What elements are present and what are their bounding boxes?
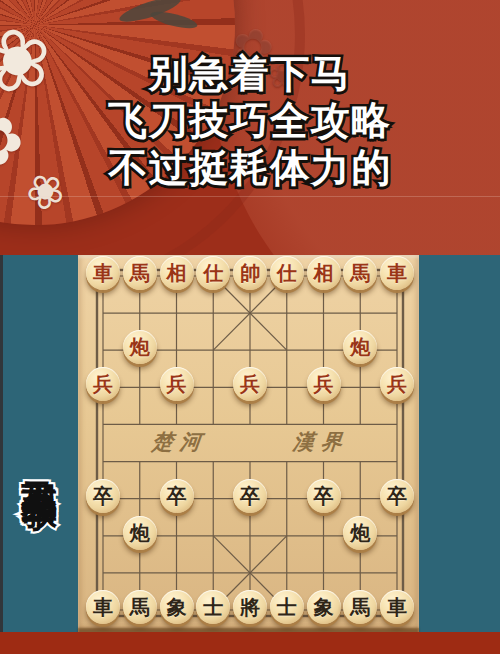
river-label-chu-he: 楚河 [134, 428, 227, 456]
piece-black-馬[interactable]: 馬 [123, 590, 157, 624]
piece-black-炮[interactable]: 炮 [343, 516, 377, 550]
piece-glyph: 相 [160, 256, 194, 290]
piece-glyph: 象 [307, 590, 341, 624]
piece-glyph: 兵 [380, 367, 414, 401]
piece-glyph: 車 [86, 256, 120, 290]
piece-black-馬[interactable]: 馬 [343, 590, 377, 624]
banner-separator-line [0, 196, 500, 197]
piece-red-兵[interactable]: 兵 [380, 367, 414, 401]
piece-red-炮[interactable]: 炮 [343, 330, 377, 364]
piece-red-相[interactable]: 相 [160, 256, 194, 290]
piece-glyph: 仕 [196, 256, 230, 290]
piece-red-車[interactable]: 車 [86, 256, 120, 290]
piece-glyph: 兵 [233, 367, 267, 401]
piece-black-炮[interactable]: 炮 [123, 516, 157, 550]
title-line-3: 不过挺耗体力的 [0, 144, 500, 191]
piece-black-車[interactable]: 車 [380, 590, 414, 624]
piece-red-兵[interactable]: 兵 [307, 367, 341, 401]
banner-titles: 别急着下马 飞刀技巧全攻略 不过挺耗体力的 [0, 50, 500, 191]
piece-black-卒[interactable]: 卒 [307, 479, 341, 513]
piece-glyph: 士 [196, 590, 230, 624]
piece-black-卒[interactable]: 卒 [160, 479, 194, 513]
piece-black-將[interactable]: 將 [233, 590, 267, 624]
screenshot-root: ❀ ✿ ❀ ✿ ❀ 别急着下马 飞刀技巧全攻略 不过挺耗体力的 弃马飞刀全面教学… [0, 0, 500, 654]
bottom-strip [0, 632, 500, 654]
piece-black-士[interactable]: 士 [270, 590, 304, 624]
piece-glyph: 馬 [123, 256, 157, 290]
piece-red-炮[interactable]: 炮 [123, 330, 157, 364]
piece-red-帥[interactable]: 帥 [233, 256, 267, 290]
piece-glyph: 車 [380, 256, 414, 290]
piece-red-兵[interactable]: 兵 [160, 367, 194, 401]
title-banner: ❀ ✿ ❀ ✿ ❀ 别急着下马 飞刀技巧全攻略 不过挺耗体力的 [0, 0, 500, 255]
board-grid [78, 255, 419, 628]
piece-black-卒[interactable]: 卒 [86, 479, 120, 513]
piece-black-象[interactable]: 象 [307, 590, 341, 624]
river-label-han-jie: 漢界 [275, 428, 368, 456]
piece-glyph: 帥 [233, 256, 267, 290]
piece-glyph: 卒 [380, 479, 414, 513]
piece-red-相[interactable]: 相 [307, 256, 341, 290]
piece-glyph: 卒 [233, 479, 267, 513]
piece-glyph: 士 [270, 590, 304, 624]
piece-glyph: 炮 [343, 330, 377, 364]
piece-black-卒[interactable]: 卒 [233, 479, 267, 513]
piece-glyph: 馬 [343, 590, 377, 624]
piece-glyph: 仕 [270, 256, 304, 290]
piece-black-車[interactable]: 車 [86, 590, 120, 624]
title-line-1: 别急着下马 [0, 50, 500, 97]
piece-red-馬[interactable]: 馬 [343, 256, 377, 290]
piece-glyph: 炮 [123, 330, 157, 364]
piece-black-士[interactable]: 士 [196, 590, 230, 624]
piece-glyph: 兵 [307, 367, 341, 401]
piece-red-仕[interactable]: 仕 [270, 256, 304, 290]
piece-glyph: 馬 [343, 256, 377, 290]
piece-glyph: 炮 [343, 516, 377, 550]
piece-glyph: 兵 [160, 367, 194, 401]
piece-black-象[interactable]: 象 [160, 590, 194, 624]
piece-glyph: 象 [160, 590, 194, 624]
piece-glyph: 卒 [86, 479, 120, 513]
piece-red-仕[interactable]: 仕 [196, 256, 230, 290]
piece-glyph: 車 [86, 590, 120, 624]
piece-glyph: 卒 [307, 479, 341, 513]
xiangqi-board[interactable]: 楚河 漢界 車馬相仕帥仕相馬車炮炮兵兵兵兵兵卒卒卒卒卒炮炮車馬象士將士象馬車 [78, 255, 419, 632]
sidebar-vertical-title: 弃马飞刀全面教学 [0, 288, 78, 632]
right-strip [419, 255, 500, 632]
piece-glyph: 炮 [123, 516, 157, 550]
piece-red-馬[interactable]: 馬 [123, 256, 157, 290]
piece-red-車[interactable]: 車 [380, 256, 414, 290]
piece-glyph: 將 [233, 590, 267, 624]
title-line-2: 飞刀技巧全攻略 [0, 97, 500, 144]
piece-red-兵[interactable]: 兵 [86, 367, 120, 401]
piece-glyph: 馬 [123, 590, 157, 624]
piece-glyph: 卒 [160, 479, 194, 513]
piece-black-卒[interactable]: 卒 [380, 479, 414, 513]
piece-glyph: 兵 [86, 367, 120, 401]
piece-glyph: 相 [307, 256, 341, 290]
piece-glyph: 車 [380, 590, 414, 624]
piece-red-兵[interactable]: 兵 [233, 367, 267, 401]
